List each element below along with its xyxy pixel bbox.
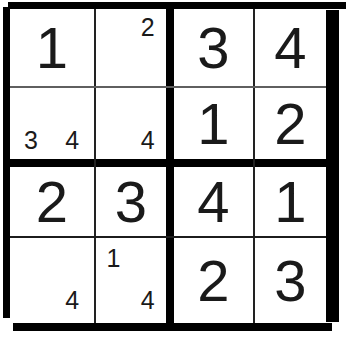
cell-r0c1[interactable]: 2 bbox=[96, 9, 166, 86]
cell-r2c2[interactable]: 4 bbox=[174, 167, 253, 236]
cell-r3c0[interactable]: 4 bbox=[10, 238, 94, 323]
cell-value: 1 bbox=[197, 95, 229, 153]
pencil-mark: 2 bbox=[141, 15, 155, 40]
cell-r1c2[interactable]: 1 bbox=[174, 88, 253, 159]
cell-r1c1[interactable]: 4 bbox=[96, 88, 166, 159]
cell-value: 2 bbox=[197, 252, 229, 310]
cell-value: 2 bbox=[274, 95, 306, 153]
border-right bbox=[326, 10, 339, 322]
cell-r1c0[interactable]: 3 4 bbox=[10, 88, 94, 159]
cell-value: 1 bbox=[36, 19, 68, 77]
border-top bbox=[8, 2, 346, 9]
cell-value: 1 bbox=[274, 173, 306, 231]
cell-value: 4 bbox=[197, 173, 229, 231]
cell-value: 3 bbox=[274, 252, 306, 310]
box-divider-horizontal bbox=[10, 159, 326, 167]
cell-value: 2 bbox=[36, 173, 68, 231]
cell-r0c0[interactable]: 1 bbox=[10, 9, 94, 86]
pencil-mark: 3 bbox=[24, 127, 38, 152]
cell-r1c3[interactable]: 2 bbox=[255, 88, 326, 159]
sudoku-board: 1 2 3 4 3 4 4 1 2 2 3 4 1 4 1 4 2 bbox=[0, 0, 346, 351]
cell-value: 4 bbox=[274, 19, 306, 77]
cell-r2c3[interactable]: 1 bbox=[255, 167, 326, 236]
pencil-mark: 1 bbox=[107, 246, 121, 271]
cell-value: 3 bbox=[115, 173, 147, 231]
pencil-mark: 4 bbox=[65, 288, 79, 313]
cell-r2c1[interactable]: 3 bbox=[96, 167, 166, 236]
cell-r0c2[interactable]: 3 bbox=[174, 9, 253, 86]
pencil-mark: 4 bbox=[65, 127, 79, 152]
cell-r3c3[interactable]: 3 bbox=[255, 238, 326, 323]
cell-value: 3 bbox=[197, 19, 229, 77]
cell-r0c3[interactable]: 4 bbox=[255, 9, 326, 86]
pencil-mark: 4 bbox=[141, 127, 155, 152]
border-left bbox=[3, 7, 10, 318]
cell-r3c1[interactable]: 1 4 bbox=[96, 238, 166, 323]
cell-r3c2[interactable]: 2 bbox=[174, 238, 253, 323]
cell-r2c0[interactable]: 2 bbox=[10, 167, 94, 236]
pencil-mark: 4 bbox=[141, 288, 155, 313]
border-bottom bbox=[13, 323, 332, 331]
